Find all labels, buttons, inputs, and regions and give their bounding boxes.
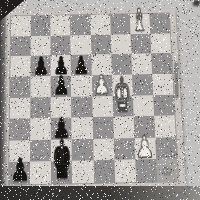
square-g1 [135, 159, 157, 182]
square-d5 [71, 75, 92, 96]
square-e7 [91, 34, 111, 54]
square-a8 [11, 16, 31, 36]
square-h6 [151, 53, 172, 74]
square-f5 [112, 74, 133, 95]
maker-crown-emblem: ♔ [161, 164, 173, 177]
square-b8 [31, 16, 51, 36]
white-pawn-e5: ♟ [93, 72, 111, 98]
square-c6: ♟ [51, 55, 71, 76]
square-e4 [92, 96, 113, 118]
square-g8: ♝ [130, 14, 151, 34]
square-h8 [149, 13, 170, 33]
chessboard-photo: ♝♟♟♟♟♟♚♟♟♟♚♔ [0, 0, 200, 200]
frame-wood-grain-mark [174, 62, 179, 99]
square-c4 [51, 96, 72, 118]
square-e3 [92, 117, 113, 139]
square-g7 [130, 33, 151, 53]
square-c5: ♟ [51, 76, 72, 97]
square-c1: ♚ [51, 161, 72, 184]
square-c2 [51, 139, 72, 161]
black-pawn-c3: ♟ [52, 113, 71, 142]
square-a5 [10, 76, 31, 97]
square-a4 [10, 97, 31, 119]
square-b5 [31, 76, 51, 97]
square-h4 [153, 94, 175, 116]
square-e2 [93, 138, 114, 160]
square-d1 [72, 161, 93, 184]
square-d2 [72, 139, 93, 161]
square-d3 [72, 117, 93, 139]
square-d8 [70, 15, 90, 35]
square-a6 [10, 56, 30, 77]
square-b2 [30, 140, 51, 162]
background-shadow-left [0, 10, 8, 186]
square-g4 [133, 95, 154, 117]
square-b7 [31, 35, 51, 55]
board-frame: ♝♟♟♟♟♟♚♟♟♟♚♔ [3, 9, 186, 195]
square-e8 [90, 15, 110, 35]
square-b4 [30, 97, 51, 119]
background-shadow-bottom [0, 186, 200, 200]
square-f8 [110, 14, 130, 34]
black-pawn-d6: ♟ [73, 53, 90, 78]
square-d6: ♟ [71, 55, 91, 76]
chess-board: ♝♟♟♟♟♟♚♟♟♟♚♔ [3, 9, 186, 195]
square-f3 [113, 116, 134, 138]
square-e1 [93, 160, 115, 183]
square-a1: ♟ [9, 162, 30, 185]
square-e6 [91, 54, 112, 75]
square-a7 [11, 36, 31, 56]
square-b1 [30, 161, 51, 184]
square-h3 [154, 115, 176, 137]
square-d7 [71, 35, 91, 55]
black-pawn-b6: ♟ [33, 53, 49, 78]
square-g2: ♟ [134, 137, 156, 159]
square-g3 [133, 116, 155, 138]
square-e5: ♟ [91, 75, 112, 96]
square-h2 [155, 137, 177, 159]
square-f6 [111, 54, 132, 75]
square-c7 [51, 35, 71, 55]
square-h1: ♔ [156, 159, 178, 182]
white-bishop-g8: ♝ [131, 5, 148, 36]
black-pawn-c6: ♟ [53, 53, 69, 78]
square-b3 [30, 118, 51, 140]
square-g5 [132, 74, 153, 95]
square-a2 [9, 140, 30, 162]
square-f7 [110, 34, 131, 54]
board-grid: ♝♟♟♟♟♟♚♟♟♟♚♔ [9, 13, 178, 184]
square-h7 [150, 33, 171, 53]
black-pawn-c5: ♟ [53, 73, 70, 99]
square-a3 [9, 118, 30, 140]
square-g6 [131, 54, 152, 75]
square-f2 [113, 138, 135, 160]
square-f4: ♚ [112, 95, 133, 117]
square-c8 [51, 15, 71, 35]
background-speck-top-right [193, 0, 200, 6]
square-c3: ♟ [51, 118, 72, 140]
square-f1 [114, 160, 136, 183]
square-d4 [71, 96, 92, 118]
square-b6: ♟ [31, 56, 51, 77]
square-h5 [152, 74, 173, 95]
